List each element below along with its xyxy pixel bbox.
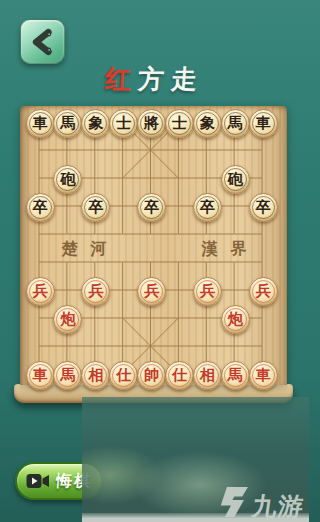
piece-車[interactable]: 車: [26, 361, 55, 390]
piece-兵[interactable]: 兵: [249, 277, 278, 306]
9game-logo-text: 九游: [250, 494, 306, 519]
piece-將[interactable]: 將: [137, 109, 166, 138]
piece-馬[interactable]: 馬: [53, 361, 82, 390]
piece-卒[interactable]: 卒: [193, 193, 222, 222]
piece-馬[interactable]: 馬: [221, 361, 250, 390]
piece-車[interactable]: 車: [26, 109, 55, 138]
piece-兵[interactable]: 兵: [26, 277, 55, 306]
piece-砲[interactable]: 砲: [53, 165, 82, 194]
back-arrow-icon: [28, 27, 58, 57]
piece-仕[interactable]: 仕: [165, 361, 194, 390]
piece-帥[interactable]: 帥: [137, 361, 166, 390]
river-label-right: 漢界: [178, 235, 270, 263]
piece-象[interactable]: 象: [193, 109, 222, 138]
river-label-left: 楚河: [38, 235, 130, 263]
video-camera-icon: [26, 472, 50, 490]
piece-卒[interactable]: 卒: [249, 193, 278, 222]
piece-相[interactable]: 相: [193, 361, 222, 390]
piece-象[interactable]: 象: [81, 109, 110, 138]
piece-砲[interactable]: 砲: [221, 165, 250, 194]
9game-logo-mark-icon: [216, 485, 250, 519]
piece-卒[interactable]: 卒: [137, 193, 166, 222]
piece-兵[interactable]: 兵: [137, 277, 166, 306]
piece-士[interactable]: 士: [165, 109, 194, 138]
piece-炮[interactable]: 炮: [53, 305, 82, 334]
piece-車[interactable]: 車: [249, 109, 278, 138]
game-screen: { "game": "xiangqi", "position": "rnbaka…: [0, 0, 309, 522]
back-button[interactable]: [20, 19, 65, 64]
piece-仕[interactable]: 仕: [109, 361, 138, 390]
piece-馬[interactable]: 馬: [53, 109, 82, 138]
piece-車[interactable]: 車: [249, 361, 278, 390]
title-red-char: 红: [104, 64, 139, 94]
blur-overlay: 九游: [82, 397, 309, 522]
piece-相[interactable]: 相: [81, 361, 110, 390]
title-rest: 方走: [137, 64, 205, 94]
piece-卒[interactable]: 卒: [26, 193, 55, 222]
piece-馬[interactable]: 馬: [221, 109, 250, 138]
9game-logo: 九游: [216, 485, 304, 519]
piece-兵[interactable]: 兵: [193, 277, 222, 306]
piece-兵[interactable]: 兵: [81, 277, 110, 306]
xiangqi-board: 楚河 漢界 車馬象士將士象馬車砲砲卒卒卒卒卒兵兵兵兵兵炮炮車馬相仕帥仕相馬車: [20, 106, 287, 385]
piece-卒[interactable]: 卒: [81, 193, 110, 222]
piece-士[interactable]: 士: [109, 109, 138, 138]
page-title: 红方走: [0, 62, 309, 97]
piece-炮[interactable]: 炮: [221, 305, 250, 334]
